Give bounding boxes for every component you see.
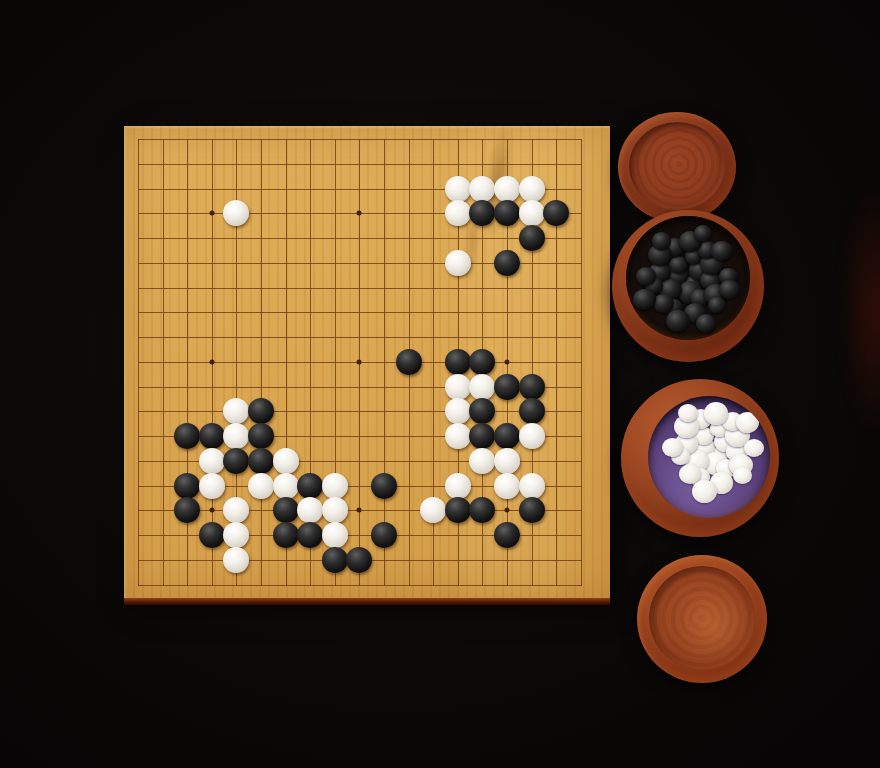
bowl-stone-black[interactable] <box>696 314 716 332</box>
stone-white[interactable] <box>494 473 520 499</box>
bowl-stone-black[interactable] <box>666 310 690 332</box>
stone-black[interactable] <box>469 349 495 375</box>
stone-black[interactable] <box>494 250 520 276</box>
stone-black[interactable] <box>248 423 274 449</box>
bowl-stone-black[interactable] <box>719 280 740 299</box>
stone-black[interactable] <box>469 200 495 226</box>
bowl-stone-white[interactable] <box>736 412 759 433</box>
stone-white[interactable] <box>273 448 299 474</box>
stone-white[interactable] <box>199 448 225 474</box>
stone-black[interactable] <box>199 522 225 548</box>
stone-white[interactable] <box>445 398 471 424</box>
stone-black[interactable] <box>494 374 520 400</box>
bowl-stone-white[interactable] <box>678 404 698 422</box>
stone-black[interactable] <box>273 497 299 523</box>
bowl-stone-white[interactable] <box>733 467 752 484</box>
star-point <box>209 508 214 513</box>
stone-black[interactable] <box>445 497 471 523</box>
stone-white[interactable] <box>445 176 471 202</box>
stone-white[interactable] <box>445 200 471 226</box>
stone-white[interactable] <box>420 497 446 523</box>
black-stone-bowl[interactable] <box>612 210 764 362</box>
stone-white[interactable] <box>445 250 471 276</box>
lid-recess <box>629 122 725 210</box>
grid-line-horizontal <box>138 411 582 412</box>
stone-black[interactable] <box>371 522 397 548</box>
stone-black[interactable] <box>519 225 545 251</box>
stone-black[interactable] <box>322 547 348 573</box>
stone-white[interactable] <box>494 448 520 474</box>
stone-white[interactable] <box>223 547 249 573</box>
stone-black[interactable] <box>248 398 274 424</box>
stone-black[interactable] <box>445 349 471 375</box>
star-point <box>357 508 362 513</box>
stone-white[interactable] <box>519 176 545 202</box>
stone-black[interactable] <box>494 200 520 226</box>
stone-white[interactable] <box>445 473 471 499</box>
bowl-stone-white[interactable] <box>744 439 764 457</box>
star-point <box>209 359 214 364</box>
stone-white[interactable] <box>199 473 225 499</box>
stone-white[interactable] <box>469 176 495 202</box>
stone-black[interactable] <box>469 423 495 449</box>
grid-line-vertical <box>581 139 582 586</box>
bowl-stone-black[interactable] <box>636 267 656 285</box>
stone-white[interactable] <box>223 522 249 548</box>
black-bowl-mouth[interactable] <box>626 216 750 340</box>
bowl-stone-white[interactable] <box>704 402 728 424</box>
grid-line-horizontal <box>138 585 582 586</box>
stone-black[interactable] <box>297 522 323 548</box>
bowl-stone-black[interactable] <box>633 289 656 310</box>
star-point <box>209 211 214 216</box>
stone-black[interactable] <box>469 497 495 523</box>
white-stone-bowl[interactable] <box>621 379 779 537</box>
bowl-stone-black[interactable] <box>652 232 671 249</box>
stone-black[interactable] <box>543 200 569 226</box>
stone-white[interactable] <box>273 473 299 499</box>
stone-black[interactable] <box>371 473 397 499</box>
stone-white[interactable] <box>519 200 545 226</box>
stone-black[interactable] <box>248 448 274 474</box>
star-point <box>505 508 510 513</box>
board-front-edge <box>124 598 610 605</box>
stone-black[interactable] <box>494 423 520 449</box>
background-blur-smear <box>840 180 880 440</box>
stone-black[interactable] <box>223 448 249 474</box>
white-bowl-mouth[interactable] <box>648 396 770 518</box>
stone-black[interactable] <box>469 398 495 424</box>
stone-white[interactable] <box>469 374 495 400</box>
stone-black[interactable] <box>396 349 422 375</box>
stone-white[interactable] <box>297 497 323 523</box>
stone-white[interactable] <box>469 448 495 474</box>
stone-white[interactable] <box>445 374 471 400</box>
bowl-stone-black[interactable] <box>694 225 712 242</box>
stone-white[interactable] <box>223 398 249 424</box>
bowl-stone-black[interactable] <box>711 241 733 261</box>
go-board[interactable] <box>124 126 610 598</box>
stone-black[interactable] <box>346 547 372 573</box>
stone-white[interactable] <box>519 473 545 499</box>
stone-white[interactable] <box>322 473 348 499</box>
star-point <box>357 211 362 216</box>
star-point <box>357 359 362 364</box>
stone-black[interactable] <box>174 497 200 523</box>
stone-black[interactable] <box>519 398 545 424</box>
stone-white[interactable] <box>519 423 545 449</box>
bowl-stone-black[interactable] <box>708 297 726 314</box>
stone-white[interactable] <box>445 423 471 449</box>
go-game-scene <box>0 0 880 768</box>
stone-white[interactable] <box>248 473 274 499</box>
bowl-stone-white[interactable] <box>692 480 717 503</box>
stone-black[interactable] <box>519 374 545 400</box>
stone-black[interactable] <box>174 423 200 449</box>
stone-black[interactable] <box>297 473 323 499</box>
star-point <box>505 359 510 364</box>
stone-white[interactable] <box>223 200 249 226</box>
stone-white[interactable] <box>223 497 249 523</box>
stone-white[interactable] <box>494 176 520 202</box>
white-bowl-lid[interactable] <box>637 555 767 683</box>
stone-white[interactable] <box>322 497 348 523</box>
grid-line-vertical <box>384 139 385 586</box>
stone-black[interactable] <box>199 423 225 449</box>
stone-black[interactable] <box>174 473 200 499</box>
stone-white[interactable] <box>223 423 249 449</box>
stone-black[interactable] <box>273 522 299 548</box>
stone-black[interactable] <box>494 522 520 548</box>
stone-white[interactable] <box>322 522 348 548</box>
black-bowl-lid[interactable] <box>618 112 736 222</box>
stone-black[interactable] <box>519 497 545 523</box>
lid-recess <box>649 566 755 670</box>
